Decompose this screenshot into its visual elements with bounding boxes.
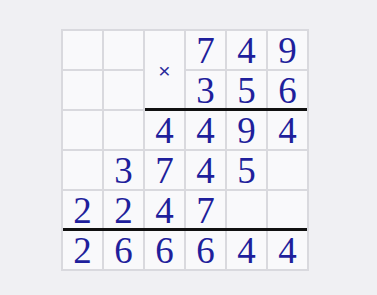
grid-cell-r1c5: 4 [227,31,266,69]
total-rule-line [63,228,307,231]
grid-cell-r2c6: 6 [268,71,307,109]
grid-cell-r5c4: 7 [186,191,225,229]
worksheet-page: ×749356449437452247266644 [0,0,377,295]
grid-cell-r4c3: 7 [145,151,184,189]
grid-cell-r4c4: 4 [186,151,225,189]
grid-cell-r2c4: 3 [186,71,225,109]
grid-cell-r5c6 [268,191,307,229]
grid-cell-r5c3: 4 [145,191,184,229]
grid-cell-r2c5: 5 [227,71,266,109]
grid-cell-r1c1 [63,31,102,69]
grid-cell-r6c4: 6 [186,231,225,269]
grid-cell-r6c2: 6 [104,231,143,269]
grid-cell-r1c6: 9 [268,31,307,69]
grid-cell-r5c1: 2 [63,191,102,229]
partial-products-rule-line [145,108,307,111]
grid-cell-r3c2 [104,111,143,149]
grid-cell-r1c4: 7 [186,31,225,69]
grid-cell-r5c2: 2 [104,191,143,229]
grid-cell-r5c5 [227,191,266,229]
grid-cell-r2c2 [104,71,143,109]
multiply-sign: × [145,31,184,109]
grid-cell-r3c5: 9 [227,111,266,149]
grid-cell-r3c6: 4 [268,111,307,149]
grid-cell-r4c2: 3 [104,151,143,189]
grid-cell-r4c5: 5 [227,151,266,189]
grid-cell-r4c6 [268,151,307,189]
grid-cell-r3c3: 4 [145,111,184,149]
grid-cell-r3c1 [63,111,102,149]
grid-cell-r6c6: 4 [268,231,307,269]
grid-cell-r6c1: 2 [63,231,102,269]
multiplication-board: ×749356449437452247266644 [61,29,309,271]
grid-cell-r1c2 [104,31,143,69]
grid-cell-r4c1 [63,151,102,189]
grid-cell-r3c4: 4 [186,111,225,149]
grid-cell-r6c3: 6 [145,231,184,269]
grid-cell-r6c5: 4 [227,231,266,269]
grid-cell-r2c1 [63,71,102,109]
